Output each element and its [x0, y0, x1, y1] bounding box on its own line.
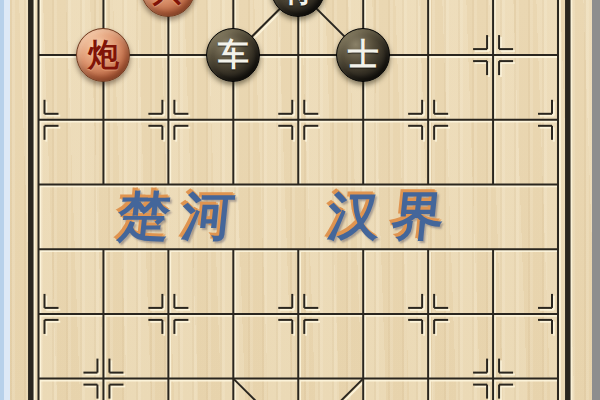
xiangqi-board[interactable]: 兵将炮车士	[6, 0, 590, 400]
piece-red-soldier[interactable]: 兵	[141, 0, 195, 17]
piece-black-general[interactable]: 将	[271, 0, 325, 17]
piece-glyph: 将	[283, 0, 314, 6]
piece-red-cannon[interactable]: 炮	[76, 28, 130, 82]
piece-black-advisor[interactable]: 士	[336, 28, 390, 82]
window-left-edge-strip-inner	[4, 0, 10, 400]
piece-glyph: 兵	[153, 0, 184, 6]
window-right-edge-strip	[592, 0, 600, 400]
piece-glyph: 士	[348, 39, 379, 70]
piece-glyph: 车	[218, 39, 249, 70]
piece-glyph: 炮	[88, 39, 119, 70]
xiangqi-window: 楚河 汉界 兵将炮车士	[0, 0, 600, 400]
piece-black-chariot[interactable]: 车	[206, 28, 260, 82]
